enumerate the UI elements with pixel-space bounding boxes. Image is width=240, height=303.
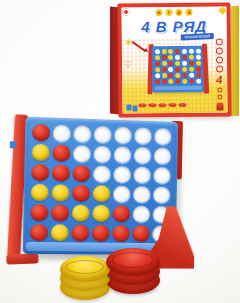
yellow-disc (196, 60, 201, 65)
ring-icon (215, 56, 222, 63)
red-disc (178, 103, 186, 107)
red-disc (106, 248, 160, 276)
red-disc (132, 225, 149, 242)
red-disc (162, 55, 167, 60)
red-disc (52, 144, 70, 161)
box-board-grid (154, 48, 202, 85)
ring-icon (215, 38, 222, 45)
box-board-right-rail (202, 44, 209, 94)
empty-hole (133, 146, 150, 163)
empty-hole (196, 78, 201, 83)
red-disc (72, 184, 90, 201)
empty-hole (189, 48, 194, 53)
red-piece-icon (216, 102, 223, 110)
red-disc (196, 66, 201, 71)
empty-hole (134, 127, 151, 144)
box-art-area: ✶ ♡ (122, 37, 228, 113)
yellow-disc (60, 256, 110, 282)
blue-piece-icon (132, 105, 137, 111)
board-panel (23, 117, 179, 255)
red-disc (138, 103, 146, 107)
empty-hole (93, 165, 111, 182)
title-letter: р (175, 9, 182, 16)
red-disc (112, 205, 130, 222)
empty-hole (182, 60, 187, 65)
yellow-disc (155, 55, 160, 60)
yellow-disc-stack (60, 250, 110, 300)
red-disc (155, 79, 160, 84)
red-disc (168, 61, 173, 66)
red-disc-stack (106, 244, 160, 294)
yellow-disc (71, 204, 89, 221)
empty-hole (153, 167, 170, 184)
box-right-side (231, 6, 239, 117)
empty-hole (155, 73, 160, 78)
board-left-foot (6, 253, 38, 264)
box-board-panel (152, 46, 204, 93)
red-disc (168, 103, 176, 107)
connect-four-board (6, 109, 189, 263)
board-grid (28, 122, 173, 243)
yellow-disc (92, 185, 110, 202)
yellow-disc (175, 60, 180, 65)
red-disc (196, 72, 201, 77)
empty-hole (112, 185, 130, 202)
red-disc (91, 224, 109, 241)
empty-hole (114, 126, 132, 143)
box-floor-discs (138, 103, 186, 108)
empty-hole (73, 125, 91, 142)
yellow-disc (168, 55, 173, 60)
empty-hole (93, 145, 111, 162)
box-front-inner: игра 4 В РЯД классический ✶ ♡ (121, 6, 227, 113)
red-disc (29, 223, 47, 240)
red-disc (158, 103, 166, 107)
red-disc (31, 163, 49, 180)
yellow-disc (162, 49, 167, 54)
red-disc (71, 224, 89, 241)
title-letter: и (155, 9, 162, 16)
yellow-disc (169, 79, 174, 84)
red-disc (162, 79, 167, 84)
red-disc (175, 66, 180, 71)
board-post-clip (10, 141, 16, 148)
ring-icon (215, 47, 222, 54)
red-disc (112, 225, 130, 242)
red-disc (72, 164, 90, 181)
yellow-disc (189, 66, 194, 71)
red-disc (182, 54, 187, 59)
yellow-disc (168, 49, 173, 54)
box-board-tray (154, 86, 202, 91)
empty-hole (196, 48, 201, 53)
empty-hole (113, 146, 131, 163)
red-disc (162, 67, 167, 72)
rings-decoration: 4 (213, 38, 226, 99)
numeral-4: 4 (216, 75, 222, 86)
yellow-disc (51, 184, 69, 201)
red-disc (155, 61, 160, 66)
empty-hole (52, 124, 70, 141)
yellow-disc (182, 78, 187, 83)
red-disc (175, 48, 180, 53)
empty-hole (133, 166, 150, 183)
brand-logo-icon (122, 8, 129, 15)
yellow-disc (50, 224, 68, 241)
empty-hole (153, 147, 170, 164)
yellow-disc (162, 61, 167, 66)
yellow-disc (162, 73, 167, 78)
empty-hole (196, 54, 201, 59)
box-title-zone: игра 4 В РЯД классический (121, 6, 226, 38)
empty-hole (155, 49, 160, 54)
product-photo: игра 4 В РЯД классический ✶ ♡ (0, 0, 240, 303)
blue-piece-icon (126, 104, 131, 110)
title-letter: а (185, 9, 192, 16)
title-letter: г (165, 9, 172, 16)
red-disc (30, 203, 48, 220)
red-disc (148, 103, 156, 107)
yellow-disc (30, 183, 48, 200)
yellow-disc (155, 67, 160, 72)
box-front: игра 4 В РЯД классический ✶ ♡ (117, 2, 231, 117)
empty-hole (153, 186, 170, 203)
yellow-disc (31, 143, 49, 160)
red-disc (51, 204, 69, 221)
empty-hole (132, 205, 149, 222)
red-disc (182, 72, 187, 77)
red-disc (175, 78, 180, 83)
yellow-disc (189, 54, 194, 59)
empty-hole (154, 128, 171, 145)
dart-arrow-icon (132, 41, 146, 51)
empty-hole (169, 67, 174, 72)
red-disc (189, 78, 194, 83)
ring-icon (216, 65, 223, 72)
red-disc (169, 73, 174, 78)
empty-hole (113, 165, 131, 182)
yellow-disc (92, 204, 110, 221)
ring-icon (217, 88, 222, 93)
red-disc (189, 60, 194, 65)
ring-icon (217, 95, 222, 100)
empty-hole (175, 54, 180, 59)
heart-icon: ♡ (124, 60, 132, 69)
red-disc (31, 123, 49, 141)
empty-hole (133, 186, 150, 203)
box-illustration-board (148, 44, 209, 99)
empty-hole (182, 48, 187, 53)
game-box: игра 4 В РЯД классический ✶ ♡ (110, 3, 239, 120)
yellow-disc (175, 72, 180, 77)
red-disc (51, 164, 69, 181)
empty-hole (189, 72, 194, 77)
empty-hole (93, 125, 111, 142)
empty-hole (73, 145, 91, 162)
yellow-disc (182, 66, 187, 71)
